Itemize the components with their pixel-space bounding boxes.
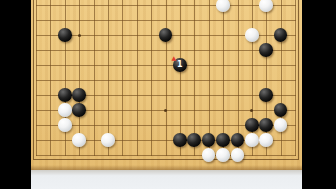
- board-point[interactable]: [230, 103, 244, 118]
- board-point[interactable]: [273, 58, 287, 73]
- board-point[interactable]: [144, 58, 158, 73]
- board-point[interactable]: [43, 103, 57, 118]
- board-point[interactable]: [115, 88, 129, 103]
- board-point[interactable]: [86, 148, 100, 163]
- board-point[interactable]: [101, 118, 115, 133]
- black-stone: [245, 118, 259, 132]
- board-point[interactable]: [288, 103, 302, 118]
- board-point[interactable]: [216, 73, 230, 88]
- letterbox-left-bar: [0, 0, 31, 189]
- black-stone: [259, 88, 273, 102]
- board-point[interactable]: [288, 28, 302, 43]
- board-point[interactable]: [288, 148, 302, 163]
- board-point[interactable]: [130, 88, 144, 103]
- board-point[interactable]: [72, 73, 86, 88]
- board-point[interactable]: [216, 118, 230, 133]
- board-point[interactable]: [187, 43, 201, 58]
- board-point[interactable]: [230, 28, 244, 43]
- board-point[interactable]: [29, 73, 43, 88]
- board-point[interactable]: [173, 103, 187, 118]
- board-point[interactable]: [245, 13, 259, 28]
- board-point[interactable]: [201, 133, 215, 148]
- board-point[interactable]: [273, 148, 287, 163]
- board-point[interactable]: [101, 88, 115, 103]
- board-point[interactable]: [101, 58, 115, 73]
- board-point[interactable]: [230, 43, 244, 58]
- black-stone: [173, 133, 187, 147]
- black-stone: [274, 28, 288, 42]
- board-point[interactable]: [288, 43, 302, 58]
- board-point[interactable]: [101, 103, 115, 118]
- board-point[interactable]: [29, 133, 43, 148]
- board-point[interactable]: [201, 88, 215, 103]
- board-point[interactable]: [201, 0, 215, 13]
- board-point[interactable]: [187, 103, 201, 118]
- board-point[interactable]: [230, 0, 244, 13]
- white-stone: [231, 148, 245, 162]
- board-point[interactable]: [173, 0, 187, 13]
- board-point[interactable]: [230, 88, 244, 103]
- black-stone: [216, 133, 230, 147]
- board-point[interactable]: [173, 28, 187, 43]
- board-point[interactable]: [29, 148, 43, 163]
- board-point[interactable]: [288, 73, 302, 88]
- board-point[interactable]: [273, 73, 287, 88]
- black-stone: [72, 88, 86, 102]
- board-point[interactable]: [288, 0, 302, 13]
- board-point[interactable]: [43, 43, 57, 58]
- board-point[interactable]: [58, 133, 72, 148]
- board-point[interactable]: [58, 118, 72, 133]
- board-point[interactable]: [230, 133, 244, 148]
- board-point[interactable]: [230, 13, 244, 28]
- board-point[interactable]: [86, 73, 100, 88]
- board-point[interactable]: [115, 0, 129, 13]
- video-frame: { "game": "Go (weiqi / baduk)", "board":…: [0, 0, 336, 189]
- board-point[interactable]: [144, 133, 158, 148]
- board-point[interactable]: [43, 118, 57, 133]
- board-point[interactable]: [201, 13, 215, 28]
- board-point[interactable]: [259, 88, 273, 103]
- board-point[interactable]: [259, 28, 273, 43]
- white-stone: [101, 133, 115, 147]
- board-point[interactable]: [58, 103, 72, 118]
- board-point[interactable]: [115, 43, 129, 58]
- board-point[interactable]: [58, 148, 72, 163]
- board-point[interactable]: [43, 133, 57, 148]
- board-point[interactable]: [187, 118, 201, 133]
- board-point[interactable]: [173, 133, 187, 148]
- board-point[interactable]: [216, 43, 230, 58]
- board-point[interactable]: [72, 133, 86, 148]
- board-point[interactable]: [201, 43, 215, 58]
- board-point[interactable]: [144, 103, 158, 118]
- board-point[interactable]: [288, 133, 302, 148]
- board-point[interactable]: [230, 148, 244, 163]
- white-stone: [259, 0, 273, 12]
- board-point[interactable]: [187, 58, 201, 73]
- board-point[interactable]: [273, 118, 287, 133]
- board-point[interactable]: [130, 13, 144, 28]
- board-point[interactable]: [72, 58, 86, 73]
- board-point[interactable]: [101, 133, 115, 148]
- board-point[interactable]: [115, 118, 129, 133]
- board-point[interactable]: [173, 118, 187, 133]
- board-point[interactable]: [259, 43, 273, 58]
- board-point[interactable]: [101, 13, 115, 28]
- board-point[interactable]: [58, 73, 72, 88]
- board-point[interactable]: [130, 118, 144, 133]
- black-stone: [58, 88, 72, 102]
- board-point[interactable]: [259, 133, 273, 148]
- board-point[interactable]: [115, 148, 129, 163]
- white-stone: [259, 133, 273, 147]
- board-point[interactable]: [115, 133, 129, 148]
- white-stone: [72, 133, 86, 147]
- board-point[interactable]: [29, 58, 43, 73]
- white-stone: [245, 28, 259, 42]
- board-point[interactable]: [259, 103, 273, 118]
- board-point[interactable]: [144, 118, 158, 133]
- board-point[interactable]: [216, 28, 230, 43]
- board-point[interactable]: [43, 0, 57, 13]
- board-point[interactable]: [43, 58, 57, 73]
- board-point[interactable]: [273, 103, 287, 118]
- board-point[interactable]: [245, 88, 259, 103]
- board-point[interactable]: [72, 103, 86, 118]
- board-point[interactable]: [245, 133, 259, 148]
- board-point[interactable]: [173, 73, 187, 88]
- board-point[interactable]: [58, 0, 72, 13]
- star-point: [250, 109, 253, 112]
- board-point[interactable]: [187, 28, 201, 43]
- board-point[interactable]: [187, 88, 201, 103]
- black-stone: [58, 28, 72, 42]
- board-point[interactable]: [86, 118, 100, 133]
- board-point[interactable]: [43, 13, 57, 28]
- board-point[interactable]: [72, 118, 86, 133]
- board-point[interactable]: [158, 13, 172, 28]
- board-point[interactable]: [29, 118, 43, 133]
- board-point[interactable]: [187, 148, 201, 163]
- board-point[interactable]: [230, 73, 244, 88]
- board-point[interactable]: [58, 43, 72, 58]
- board-point[interactable]: [115, 73, 129, 88]
- board-point[interactable]: [29, 43, 43, 58]
- board-point[interactable]: [115, 58, 129, 73]
- black-stone: [72, 103, 86, 117]
- black-stone: [159, 28, 173, 42]
- star-point: [164, 109, 167, 112]
- board-point[interactable]: [158, 58, 172, 73]
- board-point[interactable]: [72, 13, 86, 28]
- board-point[interactable]: [130, 73, 144, 88]
- board-point[interactable]: [29, 13, 43, 28]
- board-point[interactable]: [216, 148, 230, 163]
- board-point[interactable]: [245, 73, 259, 88]
- board-point[interactable]: [216, 103, 230, 118]
- board-point[interactable]: [173, 148, 187, 163]
- board-point[interactable]: [173, 88, 187, 103]
- board-point[interactable]: [86, 133, 100, 148]
- board-point[interactable]: [101, 43, 115, 58]
- white-stone: [58, 118, 72, 132]
- letterbox-right-bar: [302, 0, 336, 189]
- board-point[interactable]: [259, 13, 273, 28]
- board-point[interactable]: [288, 88, 302, 103]
- board-point[interactable]: [230, 118, 244, 133]
- white-stone: [216, 0, 230, 12]
- white-stone: [202, 148, 216, 162]
- board-point[interactable]: [273, 88, 287, 103]
- board-point[interactable]: [273, 43, 287, 58]
- board-point[interactable]: 1▲: [173, 58, 187, 73]
- board-point[interactable]: [245, 58, 259, 73]
- board-point[interactable]: [201, 103, 215, 118]
- board-point[interactable]: [29, 0, 43, 13]
- board-point[interactable]: [201, 58, 215, 73]
- board-point[interactable]: [288, 13, 302, 28]
- board-point[interactable]: [72, 0, 86, 13]
- board-point[interactable]: [115, 28, 129, 43]
- board-point[interactable]: [259, 58, 273, 73]
- board-point[interactable]: [86, 43, 100, 58]
- board-point[interactable]: [72, 28, 86, 43]
- board-point[interactable]: [201, 28, 215, 43]
- board-point[interactable]: [144, 148, 158, 163]
- board-point[interactable]: [245, 148, 259, 163]
- black-stone: [259, 43, 273, 57]
- white-stone: [216, 148, 230, 162]
- board-point[interactable]: [173, 13, 187, 28]
- board-point[interactable]: [101, 28, 115, 43]
- board-point[interactable]: [273, 0, 287, 13]
- board-point[interactable]: [216, 0, 230, 13]
- board-point[interactable]: [259, 148, 273, 163]
- board-point[interactable]: [201, 148, 215, 163]
- board-point[interactable]: [72, 43, 86, 58]
- board-point[interactable]: [158, 148, 172, 163]
- board-point[interactable]: [130, 103, 144, 118]
- board-point[interactable]: [158, 88, 172, 103]
- board-point[interactable]: [216, 58, 230, 73]
- board-point[interactable]: [201, 73, 215, 88]
- board-point[interactable]: [288, 58, 302, 73]
- board-point[interactable]: [259, 73, 273, 88]
- white-stone: [58, 103, 72, 117]
- black-stone: [187, 133, 201, 147]
- board-point[interactable]: [58, 88, 72, 103]
- board-point[interactable]: [158, 103, 172, 118]
- white-stone: [274, 118, 288, 132]
- board-point[interactable]: [43, 28, 57, 43]
- board-point[interactable]: [144, 73, 158, 88]
- board-point[interactable]: [86, 103, 100, 118]
- board-point[interactable]: [230, 58, 244, 73]
- page-background-strip: [31, 170, 302, 189]
- board-point[interactable]: [130, 43, 144, 58]
- black-stone: [274, 103, 288, 117]
- star-point: [78, 34, 81, 37]
- last-move-marker-icon: ▲: [172, 55, 177, 61]
- board-point[interactable]: [216, 13, 230, 28]
- board-point[interactable]: [187, 0, 201, 13]
- board-point[interactable]: [72, 148, 86, 163]
- board-point[interactable]: [187, 73, 201, 88]
- board-point[interactable]: [201, 118, 215, 133]
- board-point[interactable]: [187, 13, 201, 28]
- board-point[interactable]: [144, 28, 158, 43]
- board-point[interactable]: [130, 148, 144, 163]
- board-point[interactable]: [216, 88, 230, 103]
- board-point[interactable]: [43, 73, 57, 88]
- board-point[interactable]: [245, 103, 259, 118]
- board-point[interactable]: [245, 118, 259, 133]
- board-point[interactable]: [288, 118, 302, 133]
- board-point[interactable]: [29, 103, 43, 118]
- board-point[interactable]: [245, 43, 259, 58]
- board-point[interactable]: [86, 13, 100, 28]
- board-point[interactable]: [158, 28, 172, 43]
- board-point[interactable]: [86, 88, 100, 103]
- black-stone: [259, 118, 273, 132]
- board-point[interactable]: [130, 0, 144, 13]
- board-point[interactable]: [58, 58, 72, 73]
- board-point[interactable]: [144, 0, 158, 13]
- board-point[interactable]: [130, 58, 144, 73]
- board-point[interactable]: [43, 88, 57, 103]
- board-point[interactable]: [187, 133, 201, 148]
- board-point[interactable]: [58, 28, 72, 43]
- board-point[interactable]: [259, 118, 273, 133]
- board-point[interactable]: [245, 28, 259, 43]
- board-point[interactable]: [130, 28, 144, 43]
- board-point[interactable]: [101, 73, 115, 88]
- board-point[interactable]: [58, 13, 72, 28]
- board-point[interactable]: [86, 58, 100, 73]
- board-point[interactable]: [158, 73, 172, 88]
- black-stone: [202, 133, 216, 147]
- board-point[interactable]: [158, 43, 172, 58]
- board-grid: 1▲: [29, 0, 302, 163]
- board-point[interactable]: [29, 28, 43, 43]
- board-point[interactable]: [158, 0, 172, 13]
- board-point[interactable]: [101, 0, 115, 13]
- black-stone: [231, 133, 245, 147]
- board-point[interactable]: [144, 13, 158, 28]
- board-point[interactable]: [273, 133, 287, 148]
- black-stone: 1▲: [173, 58, 187, 72]
- board-point[interactable]: [144, 43, 158, 58]
- board-point[interactable]: [216, 133, 230, 148]
- board-point[interactable]: [101, 148, 115, 163]
- board-point[interactable]: [158, 133, 172, 148]
- board-point[interactable]: [273, 13, 287, 28]
- board-point[interactable]: [259, 0, 273, 13]
- board-point[interactable]: [115, 13, 129, 28]
- board-point[interactable]: [245, 0, 259, 13]
- board-point[interactable]: [43, 148, 57, 163]
- board-point[interactable]: [86, 28, 100, 43]
- board-point[interactable]: [29, 88, 43, 103]
- white-stone: [245, 133, 259, 147]
- board-point[interactable]: [273, 28, 287, 43]
- board-point[interactable]: [158, 118, 172, 133]
- board-point[interactable]: [72, 88, 86, 103]
- board-point[interactable]: [144, 88, 158, 103]
- board-point[interactable]: [86, 0, 100, 13]
- board-point[interactable]: [130, 133, 144, 148]
- board-point[interactable]: [115, 103, 129, 118]
